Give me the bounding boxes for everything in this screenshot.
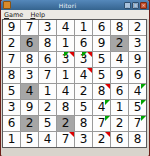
cell-r7c7[interactable]: 2: [111, 116, 128, 131]
red-tag-icon: [87, 68, 92, 73]
cell-r4c5[interactable]: 4: [75, 68, 92, 83]
close-button[interactable]: ×: [140, 2, 147, 9]
app-icon: [3, 1, 11, 9]
cell-r8c4[interactable]: 7: [57, 132, 74, 147]
minimize-button[interactable]: _: [124, 2, 131, 9]
cell-r3c2[interactable]: 8: [21, 52, 38, 67]
cell-r2c1[interactable]: 2: [3, 36, 20, 51]
cell-r6c4[interactable]: 8: [57, 100, 74, 115]
cell-r6c6[interactable]: 4: [93, 100, 110, 115]
menu-bar: GameHelp: [1, 10, 149, 19]
cell-r3c7[interactable]: 4: [111, 52, 128, 67]
hitori-window: Hitori _ □ × GameHelp 973416822681692378…: [1, 0, 149, 156]
green-tag-icon: [105, 116, 110, 121]
cell-r7c6[interactable]: 7: [93, 116, 110, 131]
cell-r3c8[interactable]: 9: [129, 52, 146, 67]
cell-r5c6[interactable]: 8: [93, 84, 110, 99]
cell-r2c6[interactable]: 9: [93, 36, 110, 51]
cell-r8c6[interactable]: 2: [93, 132, 110, 147]
cell-r8c1[interactable]: 1: [3, 132, 20, 147]
cell-r4c8[interactable]: 6: [129, 68, 146, 83]
cell-r5c5[interactable]: 2: [75, 84, 92, 99]
cell-r2c7[interactable]: 2: [111, 36, 128, 51]
window-title: Hitori: [11, 1, 124, 10]
cell-r2c2[interactable]: 6: [21, 36, 38, 51]
cell-r4c4[interactable]: 1: [57, 68, 74, 83]
cell-r1c7[interactable]: 8: [111, 20, 128, 35]
cell-r1c5[interactable]: 1: [75, 20, 92, 35]
cell-r1c1[interactable]: 9: [3, 20, 20, 35]
menu-game[interactable]: Game: [4, 11, 23, 19]
cell-r3c3[interactable]: 6: [39, 52, 56, 67]
red-tag-icon: [69, 52, 74, 57]
cell-r6c1[interactable]: 3: [3, 100, 20, 115]
cell-r8c8[interactable]: 8: [129, 132, 146, 147]
red-tag-icon: [105, 84, 110, 89]
cell-r3c1[interactable]: 7: [3, 52, 20, 67]
cell-r2c8[interactable]: 3: [129, 36, 146, 51]
cell-r2c4[interactable]: 1: [57, 36, 74, 51]
cell-r2c5[interactable]: 6: [75, 36, 92, 51]
red-tag-icon: [105, 132, 110, 137]
cell-r7c8[interactable]: 7: [129, 116, 146, 131]
title-bar[interactable]: Hitori _ □ ×: [1, 0, 149, 10]
green-tag-icon: [64, 52, 69, 57]
cell-r7c3[interactable]: 5: [39, 116, 56, 131]
cell-r7c1[interactable]: 6: [3, 116, 20, 131]
hitori-board: 9734168226816923786335498371459654142864…: [2, 19, 147, 148]
menu-help[interactable]: Help: [30, 11, 45, 19]
cell-r7c5[interactable]: 8: [75, 116, 92, 131]
cell-r8c3[interactable]: 4: [39, 132, 56, 147]
cell-r5c7[interactable]: 6: [111, 84, 128, 99]
cell-r8c7[interactable]: 6: [111, 132, 128, 147]
cell-r1c6[interactable]: 6: [93, 20, 110, 35]
cell-r4c3[interactable]: 7: [39, 68, 56, 83]
cell-r6c7[interactable]: 1: [111, 100, 128, 115]
cell-r1c4[interactable]: 4: [57, 20, 74, 35]
cell-r4c6[interactable]: 5: [93, 68, 110, 83]
cell-r1c8[interactable]: 2: [129, 20, 146, 35]
cell-r8c5[interactable]: 3: [75, 132, 92, 147]
cell-r5c3[interactable]: 1: [39, 84, 56, 99]
cell-r7c4[interactable]: 2: [57, 116, 74, 131]
green-tag-icon: [141, 84, 146, 89]
cell-r4c7[interactable]: 9: [111, 68, 128, 83]
green-tag-icon: [141, 116, 146, 121]
cell-r6c2[interactable]: 9: [21, 100, 38, 115]
green-tag-icon: [82, 52, 87, 57]
maximize-button[interactable]: □: [132, 2, 139, 9]
red-tag-icon: [69, 132, 74, 137]
cell-r3c5[interactable]: 3: [75, 52, 92, 67]
cell-r1c3[interactable]: 3: [39, 20, 56, 35]
cell-r6c8[interactable]: 5: [129, 100, 146, 115]
cell-r5c2[interactable]: 4: [21, 84, 38, 99]
cell-r3c6[interactable]: 5: [93, 52, 110, 67]
cell-r6c5[interactable]: 5: [75, 100, 92, 115]
green-tag-icon: [105, 100, 110, 105]
cell-r2c3[interactable]: 8: [39, 36, 56, 51]
cell-r5c1[interactable]: 5: [3, 84, 20, 99]
red-tag-icon: [87, 52, 92, 57]
cell-r4c2[interactable]: 3: [21, 68, 38, 83]
green-tag-icon: [141, 100, 146, 105]
cell-r5c8[interactable]: 4: [129, 84, 146, 99]
cell-r1c2[interactable]: 7: [21, 20, 38, 35]
window-bottom-border: [1, 148, 149, 156]
cell-r5c4[interactable]: 4: [57, 84, 74, 99]
cell-r7c2[interactable]: 2: [21, 116, 38, 131]
cell-r4c1[interactable]: 8: [3, 68, 20, 83]
window-buttons: _ □ ×: [124, 2, 147, 9]
cell-r3c4[interactable]: 3: [57, 52, 74, 67]
cell-r8c2[interactable]: 5: [21, 132, 38, 147]
cell-r6c3[interactable]: 2: [39, 100, 56, 115]
